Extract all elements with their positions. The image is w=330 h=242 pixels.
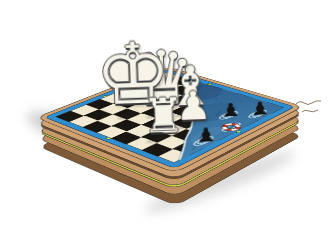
black-pawn-c1-drowning: ♟ — [191, 127, 220, 142]
artist-signature — [294, 98, 324, 120]
cartoon-canvas: ♚♛♝♜♟♟♟♟ — [0, 0, 330, 242]
black-pawn-g1-drowning: ♟ — [246, 101, 273, 115]
square-g1: ♟ — [243, 108, 272, 119]
white-rook-b3: ♜ — [142, 91, 186, 140]
board-scene: ♚♛♝♜♟♟♟♟ — [35, 66, 303, 173]
black-pawn-f2-drowning: ♟ — [217, 102, 244, 116]
